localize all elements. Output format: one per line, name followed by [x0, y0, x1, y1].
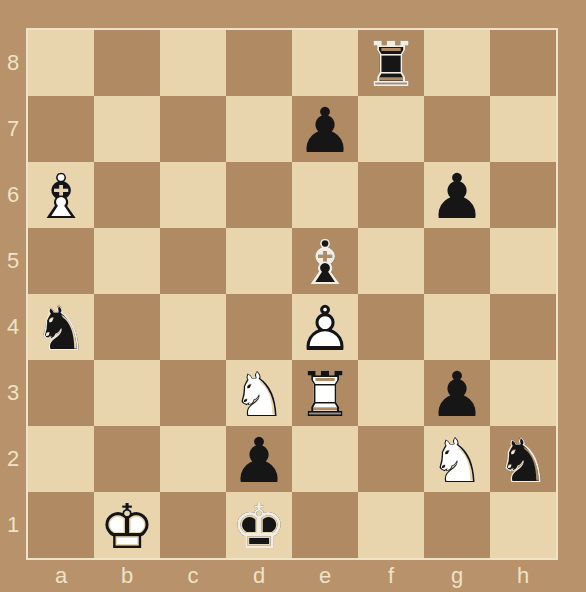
file-label-c: c — [160, 560, 226, 592]
piece-black-pawn[interactable]: ♟ — [424, 162, 490, 228]
piece-detail: ♗ — [292, 228, 358, 294]
square-d5[interactable] — [226, 228, 292, 294]
square-g5[interactable] — [424, 228, 490, 294]
piece-outline: ♘ — [424, 426, 490, 492]
piece-outline: ♗ — [28, 162, 94, 228]
square-g3[interactable]: ♟ — [424, 360, 490, 426]
square-g7[interactable] — [424, 96, 490, 162]
piece-white-knight[interactable]: ♞♘ — [226, 360, 292, 426]
piece-black-pawn[interactable]: ♟ — [292, 96, 358, 162]
square-g2[interactable]: ♞♘ — [424, 426, 490, 492]
piece-white-king[interactable]: ♚♔ — [94, 492, 160, 558]
piece-detail: ♔ — [226, 492, 292, 558]
square-c4[interactable] — [160, 294, 226, 360]
piece-white-bishop[interactable]: ♝♗ — [28, 162, 94, 228]
square-f2[interactable] — [358, 426, 424, 492]
square-f5[interactable] — [358, 228, 424, 294]
piece-black-knight[interactable]: ♞♘ — [28, 294, 94, 360]
piece-outline: ♙ — [292, 294, 358, 360]
square-b2[interactable] — [94, 426, 160, 492]
piece-black-king[interactable]: ♚♔ — [226, 492, 292, 558]
rank-label-5: 5 — [0, 228, 26, 294]
file-label-g: g — [424, 560, 490, 592]
square-h8[interactable] — [490, 30, 556, 96]
rank-label-6: 6 — [0, 162, 26, 228]
piece-outline: ♖ — [292, 360, 358, 426]
square-a4[interactable]: ♞♘ — [28, 294, 94, 360]
square-b6[interactable] — [94, 162, 160, 228]
piece-black-pawn[interactable]: ♟ — [226, 426, 292, 492]
file-label-h: h — [490, 560, 556, 592]
black-pawn-glyph: ♟ — [292, 96, 358, 162]
square-c8[interactable] — [160, 30, 226, 96]
piece-white-pawn[interactable]: ♟♙ — [292, 294, 358, 360]
square-g8[interactable] — [424, 30, 490, 96]
square-a5[interactable] — [28, 228, 94, 294]
piece-black-bishop[interactable]: ♝♗ — [292, 228, 358, 294]
square-d7[interactable] — [226, 96, 292, 162]
piece-outline: ♘ — [226, 360, 292, 426]
square-h5[interactable] — [490, 228, 556, 294]
square-a6[interactable]: ♝♗ — [28, 162, 94, 228]
piece-white-rook[interactable]: ♜♖ — [292, 360, 358, 426]
square-a2[interactable] — [28, 426, 94, 492]
square-f1[interactable] — [358, 492, 424, 558]
square-d1[interactable]: ♚♔ — [226, 492, 292, 558]
square-d2[interactable]: ♟ — [226, 426, 292, 492]
square-e7[interactable]: ♟ — [292, 96, 358, 162]
square-e5[interactable]: ♝♗ — [292, 228, 358, 294]
square-e3[interactable]: ♜♖ — [292, 360, 358, 426]
rank-label-4: 4 — [0, 294, 26, 360]
rank-label-2: 2 — [0, 426, 26, 492]
square-c6[interactable] — [160, 162, 226, 228]
black-pawn-glyph: ♟ — [424, 360, 490, 426]
square-e4[interactable]: ♟♙ — [292, 294, 358, 360]
square-b1[interactable]: ♚♔ — [94, 492, 160, 558]
square-b5[interactable] — [94, 228, 160, 294]
board: ♜♖♟♝♗♟♝♗♞♘♟♙♞♘♜♖♟♟♞♘♞♘♚♔♚♔ — [28, 30, 556, 558]
square-h3[interactable] — [490, 360, 556, 426]
square-g1[interactable] — [424, 492, 490, 558]
chess-board-screenshot: 87654321 abcdefgh ♜♖♟♝♗♟♝♗♞♘♟♙♞♘♜♖♟♟♞♘♞♘… — [0, 0, 586, 592]
square-c3[interactable] — [160, 360, 226, 426]
square-c1[interactable] — [160, 492, 226, 558]
rank-label-7: 7 — [0, 96, 26, 162]
square-h7[interactable] — [490, 96, 556, 162]
square-f7[interactable] — [358, 96, 424, 162]
piece-black-knight[interactable]: ♞♘ — [490, 426, 556, 492]
square-f4[interactable] — [358, 294, 424, 360]
square-a1[interactable] — [28, 492, 94, 558]
square-b7[interactable] — [94, 96, 160, 162]
square-a8[interactable] — [28, 30, 94, 96]
piece-detail: ♖ — [358, 30, 424, 96]
square-d3[interactable]: ♞♘ — [226, 360, 292, 426]
square-h1[interactable] — [490, 492, 556, 558]
square-c7[interactable] — [160, 96, 226, 162]
square-g6[interactable]: ♟ — [424, 162, 490, 228]
file-label-d: d — [226, 560, 292, 592]
file-label-b: b — [94, 560, 160, 592]
square-b3[interactable] — [94, 360, 160, 426]
black-pawn-glyph: ♟ — [226, 426, 292, 492]
square-c2[interactable] — [160, 426, 226, 492]
rank-label-8: 8 — [0, 30, 26, 96]
square-g4[interactable] — [424, 294, 490, 360]
piece-detail: ♘ — [490, 426, 556, 492]
piece-detail: ♘ — [28, 294, 94, 360]
rank-label-3: 3 — [0, 360, 26, 426]
piece-white-knight[interactable]: ♞♘ — [424, 426, 490, 492]
square-b8[interactable] — [94, 30, 160, 96]
square-h6[interactable] — [490, 162, 556, 228]
square-a3[interactable] — [28, 360, 94, 426]
square-f3[interactable] — [358, 360, 424, 426]
square-e8[interactable] — [292, 30, 358, 96]
square-h2[interactable]: ♞♘ — [490, 426, 556, 492]
rank-label-1: 1 — [0, 492, 26, 558]
piece-black-pawn[interactable]: ♟ — [424, 360, 490, 426]
square-e1[interactable] — [292, 492, 358, 558]
square-d8[interactable] — [226, 30, 292, 96]
piece-black-rook[interactable]: ♜♖ — [358, 30, 424, 96]
square-d6[interactable] — [226, 162, 292, 228]
file-label-e: e — [292, 560, 358, 592]
square-e2[interactable] — [292, 426, 358, 492]
square-f6[interactable] — [358, 162, 424, 228]
file-label-a: a — [28, 560, 94, 592]
square-h4[interactable] — [490, 294, 556, 360]
square-f8[interactable]: ♜♖ — [358, 30, 424, 96]
square-c5[interactable] — [160, 228, 226, 294]
black-pawn-glyph: ♟ — [424, 162, 490, 228]
square-b4[interactable] — [94, 294, 160, 360]
square-e6[interactable] — [292, 162, 358, 228]
square-d4[interactable] — [226, 294, 292, 360]
square-a7[interactable] — [28, 96, 94, 162]
file-label-f: f — [358, 560, 424, 592]
piece-outline: ♔ — [94, 492, 160, 558]
board-frame: ♜♖♟♝♗♟♝♗♞♘♟♙♞♘♜♖♟♟♞♘♞♘♚♔♚♔ — [26, 28, 558, 560]
